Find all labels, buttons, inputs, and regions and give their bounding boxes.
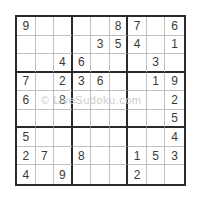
cell-r5c4[interactable] xyxy=(73,91,92,110)
cell-r6c9[interactable]: 5 xyxy=(165,110,184,129)
cell-r2c5[interactable]: 3 xyxy=(91,36,110,55)
cell-r4c4[interactable]: 3 xyxy=(73,73,92,92)
cell-r3c6[interactable] xyxy=(110,54,129,73)
cell-r2c8[interactable] xyxy=(147,36,166,55)
cell-r4c2[interactable] xyxy=(36,73,55,92)
cell-r3c7[interactable] xyxy=(128,54,147,73)
cell-r8c9[interactable]: 3 xyxy=(165,147,184,166)
cell-r8c2[interactable]: 7 xyxy=(36,147,55,166)
sudoku-board: 98763541463723619682554278153492 xyxy=(15,15,186,186)
cell-r2c3[interactable] xyxy=(54,36,73,55)
cell-r3c4[interactable]: 6 xyxy=(73,54,92,73)
cell-r4c1[interactable]: 7 xyxy=(17,73,36,92)
sudoku-page: 98763541463723619682554278153492 © LiveS… xyxy=(0,0,200,200)
cell-r4c7[interactable] xyxy=(128,73,147,92)
cell-r3c5[interactable] xyxy=(91,54,110,73)
cell-r2c9[interactable]: 1 xyxy=(165,36,184,55)
cell-r3c3[interactable]: 4 xyxy=(54,54,73,73)
cell-r3c1[interactable] xyxy=(17,54,36,73)
cell-r1c2[interactable] xyxy=(36,17,55,36)
cell-r6c6[interactable] xyxy=(110,110,129,129)
cell-r9c9[interactable] xyxy=(165,165,184,184)
cell-r4c9[interactable]: 9 xyxy=(165,73,184,92)
cell-r4c6[interactable] xyxy=(110,73,129,92)
cell-r3c8[interactable]: 3 xyxy=(147,54,166,73)
cell-r7c4[interactable] xyxy=(73,128,92,147)
cell-r9c3[interactable]: 9 xyxy=(54,165,73,184)
cell-r9c7[interactable]: 2 xyxy=(128,165,147,184)
cell-r8c7[interactable]: 1 xyxy=(128,147,147,166)
cell-r2c6[interactable]: 5 xyxy=(110,36,129,55)
cell-r7c2[interactable] xyxy=(36,128,55,147)
cell-r9c8[interactable] xyxy=(147,165,166,184)
cell-r8c3[interactable] xyxy=(54,147,73,166)
cell-r2c7[interactable]: 4 xyxy=(128,36,147,55)
cell-r9c1[interactable]: 4 xyxy=(17,165,36,184)
cell-r5c6[interactable] xyxy=(110,91,129,110)
cell-r2c1[interactable] xyxy=(17,36,36,55)
cell-r5c7[interactable] xyxy=(128,91,147,110)
cell-r3c2[interactable] xyxy=(36,54,55,73)
cell-r9c6[interactable] xyxy=(110,165,129,184)
cell-r5c8[interactable] xyxy=(147,91,166,110)
cell-r1c7[interactable]: 7 xyxy=(128,17,147,36)
cell-r2c4[interactable] xyxy=(73,36,92,55)
cell-r4c3[interactable]: 2 xyxy=(54,73,73,92)
cell-r8c5[interactable] xyxy=(91,147,110,166)
cell-r1c1[interactable]: 9 xyxy=(17,17,36,36)
cell-r9c2[interactable] xyxy=(36,165,55,184)
cell-r6c5[interactable] xyxy=(91,110,110,129)
cell-r6c8[interactable] xyxy=(147,110,166,129)
cell-r8c1[interactable]: 2 xyxy=(17,147,36,166)
cell-r5c1[interactable]: 6 xyxy=(17,91,36,110)
cell-r5c3[interactable]: 8 xyxy=(54,91,73,110)
cell-r1c3[interactable] xyxy=(54,17,73,36)
cell-r6c7[interactable] xyxy=(128,110,147,129)
cell-r1c5[interactable] xyxy=(91,17,110,36)
cell-r7c1[interactable]: 5 xyxy=(17,128,36,147)
cell-r1c6[interactable]: 8 xyxy=(110,17,129,36)
cell-r6c3[interactable] xyxy=(54,110,73,129)
cell-r9c5[interactable] xyxy=(91,165,110,184)
cell-r8c6[interactable] xyxy=(110,147,129,166)
cell-r1c4[interactable] xyxy=(73,17,92,36)
cell-r5c5[interactable] xyxy=(91,91,110,110)
cell-r4c5[interactable]: 6 xyxy=(91,73,110,92)
cell-r8c8[interactable]: 5 xyxy=(147,147,166,166)
cell-r6c1[interactable] xyxy=(17,110,36,129)
cell-r7c3[interactable] xyxy=(54,128,73,147)
cell-r6c2[interactable] xyxy=(36,110,55,129)
cell-r7c8[interactable] xyxy=(147,128,166,147)
cell-r7c6[interactable] xyxy=(110,128,129,147)
cell-r4c8[interactable]: 1 xyxy=(147,73,166,92)
cell-r3c9[interactable] xyxy=(165,54,184,73)
cell-r1c8[interactable] xyxy=(147,17,166,36)
cell-r9c4[interactable] xyxy=(73,165,92,184)
cell-r8c4[interactable]: 8 xyxy=(73,147,92,166)
cell-r5c9[interactable]: 2 xyxy=(165,91,184,110)
cell-r6c4[interactable] xyxy=(73,110,92,129)
cell-r7c5[interactable] xyxy=(91,128,110,147)
cell-r2c2[interactable] xyxy=(36,36,55,55)
cell-r5c2[interactable] xyxy=(36,91,55,110)
cell-r7c7[interactable] xyxy=(128,128,147,147)
cell-r7c9[interactable]: 4 xyxy=(165,128,184,147)
cell-r1c9[interactable]: 6 xyxy=(165,17,184,36)
